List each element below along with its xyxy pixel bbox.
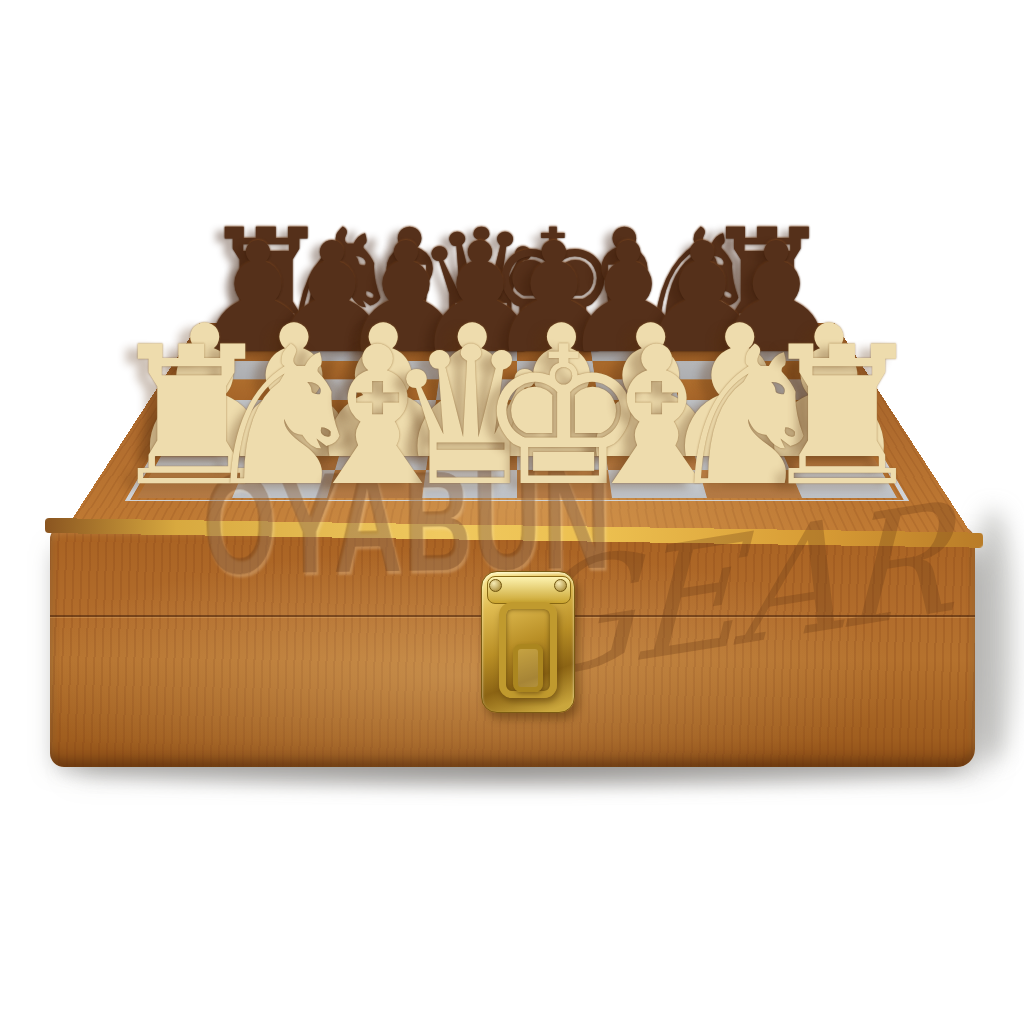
chess-box-scene: OYABUN GEAR ♜♞♝♛♚♝♞♜♟♟♟♟♟♟♟♟♟♟♟♟♟♟♟♟♜♞♝♛… [0, 0, 1024, 1024]
latch-screw-right-icon [554, 579, 567, 592]
latch-tongue [513, 644, 543, 692]
piece-white-rook-h1[interactable]: ♜ [757, 322, 928, 513]
latch-screw-left-icon [489, 579, 502, 592]
brass-latch-icon [481, 571, 575, 713]
pieces-layer: ♜♞♝♛♚♝♞♜♟♟♟♟♟♟♟♟♟♟♟♟♟♟♟♟♜♞♝♛♚♝♞♜ [0, 0, 1024, 1024]
